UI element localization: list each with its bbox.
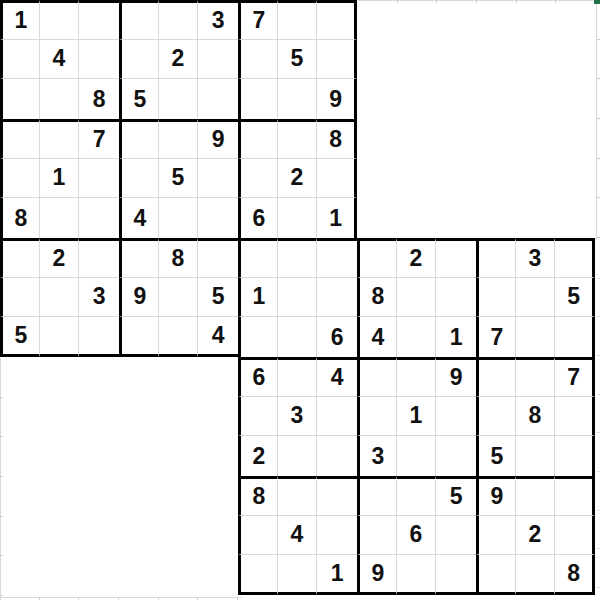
cell-r15c15[interactable]: 8 [555,555,595,595]
cell-r1c1[interactable]: 1 [0,0,40,40]
cell-r3c3[interactable]: 8 [79,79,119,119]
cell-r14c14[interactable]: 2 [516,516,556,556]
void-r12c2 [40,436,80,476]
cell-r4c7[interactable] [238,119,278,159]
cell-r2c6[interactable] [198,40,238,80]
cell-r10c7[interactable]: 6 [238,357,278,397]
void-r2c13 [476,40,516,80]
void-r13c5 [159,476,199,516]
cell-r15c9[interactable]: 1 [317,555,357,595]
void-r15c4 [119,555,159,595]
cell-r14c13[interactable] [476,516,516,556]
void-r6c11 [397,198,437,238]
void-r10c1 [0,357,40,397]
cell-r1c9[interactable] [317,0,357,40]
cell-r14c12[interactable] [436,516,476,556]
cell-r13c10[interactable] [357,476,397,516]
cell-r12c13[interactable]: 5 [476,436,516,476]
void-r13c3 [79,476,119,516]
void-r6c13 [476,198,516,238]
cell-r9c2[interactable] [40,317,80,357]
void-r6c15 [555,198,595,238]
cell-r9c1[interactable]: 5 [0,317,40,357]
cell-r9c8[interactable] [278,317,318,357]
cell-r7c1[interactable] [0,238,40,278]
cell-r7c7[interactable] [238,238,278,278]
cell-r2c3[interactable] [79,40,119,80]
void-r10c2 [40,357,80,397]
cell-r9c15[interactable] [555,317,595,357]
cell-r5c6[interactable] [198,159,238,199]
void-r11c5 [159,397,199,437]
cell-r5c2[interactable]: 1 [40,159,80,199]
cell-r9c3[interactable] [79,317,119,357]
void-r12c4 [119,436,159,476]
cell-r6c8[interactable] [278,198,318,238]
cell-r3c7[interactable] [238,79,278,119]
cell-r13c9[interactable] [317,476,357,516]
cell-r11c14[interactable]: 8 [516,397,556,437]
cell-r4c1[interactable] [0,119,40,159]
void-r11c6 [198,397,238,437]
cell-r8c3[interactable]: 3 [79,278,119,318]
void-r6c10 [357,198,397,238]
cell-r3c9[interactable]: 9 [317,79,357,119]
void-r1c15 [555,0,595,40]
cell-r7c12[interactable] [436,238,476,278]
cell-r3c5[interactable] [159,79,199,119]
cell-r13c14[interactable] [516,476,556,516]
void-r4c14 [516,119,556,159]
cell-r6c9[interactable]: 1 [317,198,357,238]
cell-r2c5[interactable]: 2 [159,40,199,80]
void-r15c3 [79,555,119,595]
void-r3c15 [555,79,595,119]
cell-r5c3[interactable] [79,159,119,199]
void-r5c11 [397,159,437,199]
void-r5c15 [555,159,595,199]
cell-r3c8[interactable] [278,79,318,119]
void-r14c5 [159,516,199,556]
void-r1c12 [436,0,476,40]
void-r14c1 [0,516,40,556]
cell-r5c8[interactable]: 2 [278,159,318,199]
void-r3c12 [436,79,476,119]
cell-r4c8[interactable] [278,119,318,159]
void-r4c13 [476,119,516,159]
cell-r14c7[interactable] [238,516,278,556]
cell-r12c14[interactable] [516,436,556,476]
cell-r7c11[interactable]: 2 [397,238,437,278]
cell-r4c9[interactable]: 8 [317,119,357,159]
void-r3c13 [476,79,516,119]
spreadsheet-canvas: 1374258597981528461282339518554641764973… [0,0,600,600]
cell-r15c13[interactable] [476,555,516,595]
cell-r7c15[interactable] [555,238,595,278]
cell-r15c11[interactable] [397,555,437,595]
cell-r13c7[interactable]: 8 [238,476,278,516]
void-r13c4 [119,476,159,516]
cell-r15c10[interactable]: 9 [357,555,397,595]
void-r15c1 [0,555,40,595]
cell-r8c14[interactable] [516,278,556,318]
cell-r11c13[interactable] [476,397,516,437]
cell-r9c12[interactable]: 1 [436,317,476,357]
cell-r9c5[interactable] [159,317,199,357]
cell-r4c5[interactable] [159,119,199,159]
cell-r1c3[interactable] [79,0,119,40]
void-r14c3 [79,516,119,556]
cell-r14c8[interactable]: 4 [278,516,318,556]
cell-r8c6[interactable]: 5 [198,278,238,318]
cell-r2c1[interactable] [0,40,40,80]
cell-r7c3[interactable] [79,238,119,278]
cell-r8c4[interactable]: 9 [119,278,159,318]
cell-r8c12[interactable] [436,278,476,318]
void-r2c11 [397,40,437,80]
cell-r11c7[interactable] [238,397,278,437]
cell-r9c14[interactable] [516,317,556,357]
void-r14c6 [198,516,238,556]
gridline-stub-right [596,0,597,240]
void-r3c14 [516,79,556,119]
cell-r12c7[interactable]: 2 [238,436,278,476]
cell-r12c9[interactable] [317,436,357,476]
cell-r15c7[interactable] [238,555,278,595]
cell-r9c4[interactable] [119,317,159,357]
void-r11c3 [79,397,119,437]
cell-r3c1[interactable] [0,79,40,119]
cell-r6c3[interactable] [79,198,119,238]
void-r10c4 [119,357,159,397]
cell-r2c4[interactable] [119,40,159,80]
void-r1c14 [516,0,556,40]
void-r11c4 [119,397,159,437]
cell-r7c4[interactable] [119,238,159,278]
cell-r1c4[interactable] [119,0,159,40]
cell-r12c12[interactable] [436,436,476,476]
cell-r8c15[interactable]: 5 [555,278,595,318]
cell-r6c4[interactable]: 4 [119,198,159,238]
cell-r11c10[interactable] [357,397,397,437]
cell-r13c12[interactable]: 5 [436,476,476,516]
cell-r8c7[interactable]: 1 [238,278,278,318]
void-r4c15 [555,119,595,159]
cell-r2c9[interactable] [317,40,357,80]
cell-r1c6[interactable]: 3 [198,0,238,40]
cell-r9c7[interactable] [238,317,278,357]
cell-r7c14[interactable]: 3 [516,238,556,278]
cell-r8c5[interactable] [159,278,199,318]
cell-r2c8[interactable]: 5 [278,40,318,80]
cell-r14c10[interactable] [357,516,397,556]
cell-r5c4[interactable] [119,159,159,199]
void-r5c10 [357,159,397,199]
cell-r6c1[interactable]: 8 [0,198,40,238]
void-r4c11 [397,119,437,159]
cell-r9c13[interactable]: 7 [476,317,516,357]
cell-r4c3[interactable]: 7 [79,119,119,159]
cell-r13c13[interactable]: 9 [476,476,516,516]
void-r5c14 [516,159,556,199]
void-r14c4 [119,516,159,556]
cell-r10c12[interactable]: 9 [436,357,476,397]
cell-r9c11[interactable] [397,317,437,357]
void-r1c13 [476,0,516,40]
cell-r8c13[interactable] [476,278,516,318]
void-r2c12 [436,40,476,80]
cell-r12c10[interactable]: 3 [357,436,397,476]
cell-r15c8[interactable] [278,555,318,595]
cell-r11c8[interactable]: 3 [278,397,318,437]
cell-r5c9[interactable] [317,159,357,199]
cell-r9c9[interactable]: 6 [317,317,357,357]
sudoku-board: 1374258597981528461282339518554641764973… [0,0,595,595]
void-r11c1 [0,397,40,437]
cell-r5c7[interactable] [238,159,278,199]
void-r13c6 [198,476,238,516]
void-r5c12 [436,159,476,199]
cell-r11c11[interactable]: 1 [397,397,437,437]
void-r13c2 [40,476,80,516]
cell-r11c9[interactable] [317,397,357,437]
void-r4c12 [436,119,476,159]
cell-r2c2[interactable]: 4 [40,40,80,80]
cell-r1c5[interactable] [159,0,199,40]
void-r13c1 [0,476,40,516]
cell-r13c8[interactable] [278,476,318,516]
cell-r7c9[interactable] [317,238,357,278]
cell-r14c9[interactable] [317,516,357,556]
void-r15c5 [159,555,199,595]
cell-r5c5[interactable]: 5 [159,159,199,199]
cell-r10c11[interactable] [397,357,437,397]
cell-r10c14[interactable] [516,357,556,397]
cell-r15c14[interactable] [516,555,556,595]
gridline-stub-bottom [0,597,242,598]
cell-r7c10[interactable] [357,238,397,278]
cell-r6c5[interactable] [159,198,199,238]
cell-r7c13[interactable] [476,238,516,278]
cell-r12c8[interactable] [278,436,318,476]
cell-r9c6[interactable]: 4 [198,317,238,357]
cell-r14c15[interactable] [555,516,595,556]
cell-r12c11[interactable] [397,436,437,476]
cell-r6c7[interactable]: 6 [238,198,278,238]
cell-r8c9[interactable] [317,278,357,318]
void-r12c5 [159,436,199,476]
cell-r13c15[interactable] [555,476,595,516]
void-r12c6 [198,436,238,476]
void-r4c10 [357,119,397,159]
cell-r3c6[interactable] [198,79,238,119]
void-r1c10 [357,0,397,40]
void-r6c12 [436,198,476,238]
cell-r4c2[interactable] [40,119,80,159]
cell-r10c8[interactable] [278,357,318,397]
cell-r8c1[interactable] [0,278,40,318]
cell-r6c2[interactable] [40,198,80,238]
void-r10c5 [159,357,199,397]
cell-r2c7[interactable] [238,40,278,80]
cell-r10c9[interactable]: 4 [317,357,357,397]
void-r2c10 [357,40,397,80]
cell-r8c8[interactable] [278,278,318,318]
cell-r4c4[interactable] [119,119,159,159]
cell-r1c2[interactable] [40,0,80,40]
void-r15c2 [40,555,80,595]
cell-r10c10[interactable] [357,357,397,397]
cell-r8c2[interactable] [40,278,80,318]
cell-r7c8[interactable] [278,238,318,278]
cell-r9c10[interactable]: 4 [357,317,397,357]
void-r3c10 [357,79,397,119]
void-r3c11 [397,79,437,119]
cell-r3c4[interactable]: 5 [119,79,159,119]
cell-r7c2[interactable]: 2 [40,238,80,278]
void-r10c3 [79,357,119,397]
void-r1c11 [397,0,437,40]
cell-r1c7[interactable]: 7 [238,0,278,40]
cell-r3c2[interactable] [40,79,80,119]
void-r10c6 [198,357,238,397]
cell-r13c11[interactable] [397,476,437,516]
void-r2c14 [516,40,556,80]
void-r14c2 [40,516,80,556]
void-r5c13 [476,159,516,199]
cell-r12c15[interactable] [555,436,595,476]
cell-r10c15[interactable]: 7 [555,357,595,397]
void-r2c15 [555,40,595,80]
cell-r7c5[interactable]: 8 [159,238,199,278]
cell-r15c12[interactable] [436,555,476,595]
cell-r5c1[interactable] [0,159,40,199]
void-r12c3 [79,436,119,476]
void-r11c2 [40,397,80,437]
cell-r10c13[interactable] [476,357,516,397]
cell-r1c8[interactable] [278,0,318,40]
cell-r7c6[interactable] [198,238,238,278]
cell-r4c6[interactable]: 9 [198,119,238,159]
void-r15c6 [198,555,238,595]
cell-r6c6[interactable] [198,198,238,238]
cell-r8c10[interactable]: 8 [357,278,397,318]
cell-r8c11[interactable] [397,278,437,318]
cell-r11c15[interactable] [555,397,595,437]
void-r12c1 [0,436,40,476]
void-r6c14 [516,198,556,238]
cell-r11c12[interactable] [436,397,476,437]
cell-r14c11[interactable]: 6 [397,516,437,556]
